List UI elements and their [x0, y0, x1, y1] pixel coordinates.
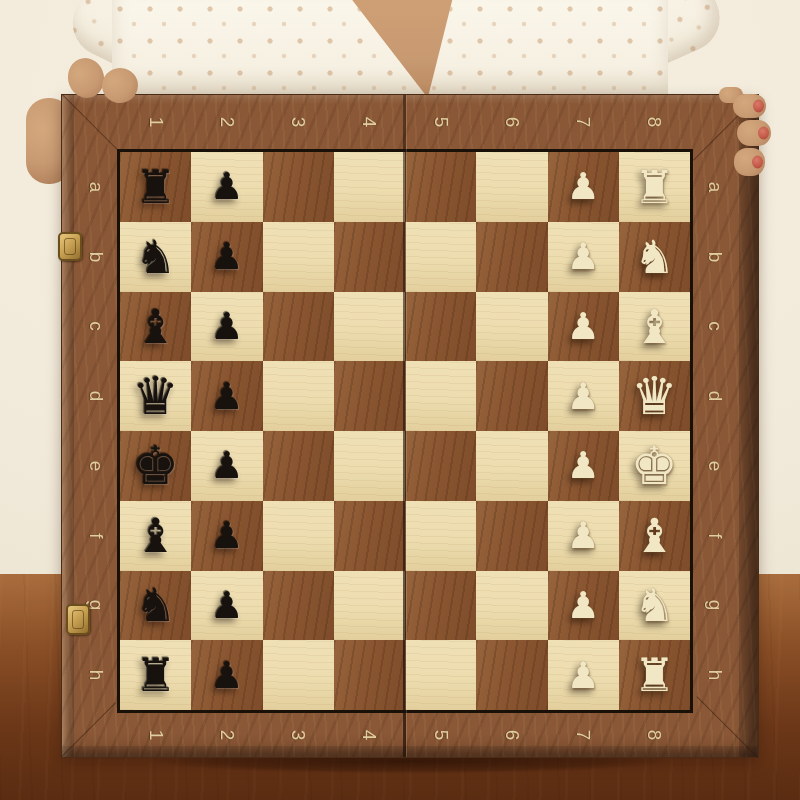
- square-b6: [476, 222, 547, 292]
- square-c8: ♝: [619, 292, 690, 362]
- square-h6: [476, 640, 547, 710]
- chess-board: 12345678 12345678 abcdefgh abcdefgh ♜♟♟♜…: [62, 95, 758, 757]
- square-f4: [334, 501, 405, 571]
- square-a1: ♜: [120, 152, 191, 222]
- square-g6: [476, 571, 547, 641]
- square-b4: [334, 222, 405, 292]
- square-e7: ♟: [548, 431, 619, 501]
- square-a8: ♜: [619, 152, 690, 222]
- piece-white-pawn-e7: ♟: [567, 447, 600, 484]
- fingernail: [758, 127, 769, 140]
- square-a6: [476, 152, 547, 222]
- square-g2: ♟: [191, 571, 262, 641]
- square-h7: ♟: [548, 640, 619, 710]
- piece-black-rook-a1: ♜: [135, 164, 176, 210]
- square-g8: ♞: [619, 571, 690, 641]
- square-g1: ♞: [120, 571, 191, 641]
- rank-label-8: 8: [643, 117, 665, 128]
- piece-white-rook-a8: ♜: [634, 164, 675, 210]
- square-h4: [334, 640, 405, 710]
- right-hand-fingertip: [737, 120, 771, 146]
- fingernail: [752, 156, 763, 169]
- square-d8: ♛: [619, 361, 690, 431]
- square-e6: [476, 431, 547, 501]
- rank-label-6: 6: [501, 730, 523, 741]
- square-c7: ♟: [548, 292, 619, 362]
- piece-black-bishop-f1: ♝: [135, 512, 177, 559]
- square-b8: ♞: [619, 222, 690, 292]
- file-label-d: d: [704, 391, 726, 402]
- square-a5: [405, 152, 476, 222]
- piece-white-knight-g8: ♞: [634, 582, 675, 628]
- square-e5: [405, 431, 476, 501]
- file-label-h: h: [85, 670, 107, 681]
- piece-black-pawn-b2: ♟: [210, 238, 243, 275]
- piece-black-pawn-f2: ♟: [210, 517, 243, 554]
- square-c4: [334, 292, 405, 362]
- piece-white-pawn-a7: ♟: [567, 168, 600, 205]
- square-g4: [334, 571, 405, 641]
- piece-white-bishop-c8: ♝: [633, 303, 675, 350]
- file-label-f: f: [85, 533, 107, 538]
- piece-white-pawn-d7: ♟: [567, 378, 600, 415]
- rank-label-3: 3: [287, 730, 309, 741]
- right-hand-fingertip: [734, 148, 765, 176]
- square-h2: ♟: [191, 640, 262, 710]
- brass-clasp-lower: [66, 604, 90, 635]
- piece-black-bishop-c1: ♝: [135, 303, 177, 350]
- square-e3: [263, 431, 334, 501]
- piece-black-pawn-d2: ♟: [210, 378, 243, 415]
- square-g5: [405, 571, 476, 641]
- file-label-a: a: [85, 182, 107, 193]
- square-c6: [476, 292, 547, 362]
- square-h5: [405, 640, 476, 710]
- piece-black-king-e1: ♚: [132, 439, 180, 492]
- piece-black-pawn-h2: ♟: [210, 657, 243, 694]
- file-label-b: b: [85, 251, 107, 262]
- file-label-d: d: [85, 391, 107, 402]
- rank-label-2: 2: [216, 117, 238, 128]
- piece-black-pawn-e2: ♟: [210, 447, 243, 484]
- square-h3: [263, 640, 334, 710]
- piece-white-pawn-f7: ♟: [567, 517, 600, 554]
- rank-label-4: 4: [358, 117, 380, 128]
- piece-black-knight-b1: ♞: [135, 234, 176, 280]
- square-c3: [263, 292, 334, 362]
- brass-clasp-upper: [58, 232, 82, 261]
- fold-seam: [403, 95, 406, 757]
- piece-white-queen-d8: ♛: [631, 370, 678, 422]
- piece-black-rook-h1: ♜: [135, 652, 176, 698]
- square-g3: [263, 571, 334, 641]
- square-c1: ♝: [120, 292, 191, 362]
- square-e2: ♟: [191, 431, 262, 501]
- file-label-h: h: [704, 670, 726, 681]
- square-f8: ♝: [619, 501, 690, 571]
- rank-label-5: 5: [430, 730, 452, 741]
- square-d1: ♛: [120, 361, 191, 431]
- piece-black-knight-g1: ♞: [135, 582, 176, 628]
- square-f2: ♟: [191, 501, 262, 571]
- photo-stage: 12345678 12345678 abcdefgh abcdefgh ♜♟♟♜…: [0, 0, 800, 800]
- square-f6: [476, 501, 547, 571]
- rank-label-6: 6: [501, 117, 523, 128]
- square-d2: ♟: [191, 361, 262, 431]
- square-d5: [405, 361, 476, 431]
- piece-white-bishop-f8: ♝: [633, 512, 675, 559]
- rank-label-1: 1: [145, 730, 167, 741]
- rank-label-4: 4: [358, 730, 380, 741]
- piece-white-pawn-g7: ♟: [567, 587, 600, 624]
- rank-label-5: 5: [430, 117, 452, 128]
- piece-black-queen-d1: ♛: [132, 370, 179, 422]
- square-a2: ♟: [191, 152, 262, 222]
- piece-black-pawn-c2: ♟: [210, 308, 243, 345]
- file-label-a: a: [704, 182, 726, 193]
- square-a7: ♟: [548, 152, 619, 222]
- square-h8: ♜: [619, 640, 690, 710]
- file-label-c: c: [704, 322, 726, 332]
- piece-white-pawn-b7: ♟: [567, 238, 600, 275]
- square-c2: ♟: [191, 292, 262, 362]
- square-b5: [405, 222, 476, 292]
- square-f3: [263, 501, 334, 571]
- square-f5: [405, 501, 476, 571]
- rank-label-2: 2: [216, 730, 238, 741]
- file-label-f: f: [704, 533, 726, 538]
- square-b1: ♞: [120, 222, 191, 292]
- square-c5: [405, 292, 476, 362]
- piece-white-pawn-c7: ♟: [567, 308, 600, 345]
- piece-white-king-e8: ♚: [631, 439, 679, 492]
- rank-label-7: 7: [572, 117, 594, 128]
- rank-label-8: 8: [643, 730, 665, 741]
- file-label-g: g: [704, 600, 726, 611]
- square-d6: [476, 361, 547, 431]
- square-d4: [334, 361, 405, 431]
- square-h1: ♜: [120, 640, 191, 710]
- piece-black-pawn-a2: ♟: [210, 168, 243, 205]
- fingernail: [753, 100, 764, 113]
- square-e4: [334, 431, 405, 501]
- file-label-e: e: [704, 461, 726, 472]
- square-b2: ♟: [191, 222, 262, 292]
- square-g7: ♟: [548, 571, 619, 641]
- rank-label-3: 3: [287, 117, 309, 128]
- square-f1: ♝: [120, 501, 191, 571]
- rank-label-1: 1: [145, 117, 167, 128]
- square-b3: [263, 222, 334, 292]
- file-label-b: b: [704, 251, 726, 262]
- square-e8: ♚: [619, 431, 690, 501]
- square-a4: [334, 152, 405, 222]
- square-a3: [263, 152, 334, 222]
- square-d3: [263, 361, 334, 431]
- rank-label-7: 7: [572, 730, 594, 741]
- square-f7: ♟: [548, 501, 619, 571]
- square-e1: ♚: [120, 431, 191, 501]
- square-d7: ♟: [548, 361, 619, 431]
- file-labels-right: abcdefgh: [693, 149, 758, 713]
- piece-white-pawn-h7: ♟: [567, 657, 600, 694]
- piece-black-pawn-g2: ♟: [210, 587, 243, 624]
- file-label-e: e: [85, 461, 107, 472]
- piece-white-knight-b8: ♞: [634, 234, 675, 280]
- file-label-c: c: [85, 322, 107, 332]
- piece-white-rook-h8: ♜: [634, 652, 675, 698]
- square-b7: ♟: [548, 222, 619, 292]
- right-hand-fingertip: [733, 94, 766, 118]
